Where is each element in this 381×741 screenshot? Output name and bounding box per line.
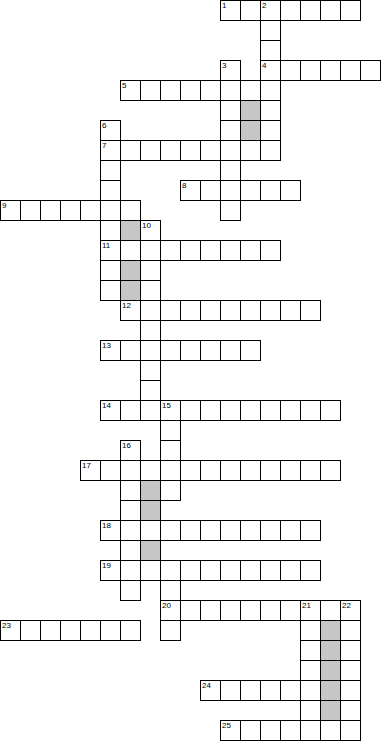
crossword-cell[interactable] — [60, 620, 81, 641]
crossword-cell[interactable] — [280, 600, 301, 621]
crossword-cell[interactable] — [360, 60, 381, 81]
crossword-cell[interactable] — [260, 300, 281, 321]
crossword-cell[interactable] — [160, 580, 181, 601]
crossword-cell[interactable] — [220, 460, 241, 481]
crossword-cell[interactable] — [80, 620, 101, 641]
crossword-cell[interactable] — [120, 620, 141, 641]
clue-number: 17 — [82, 461, 91, 470]
crossword-cell[interactable] — [320, 720, 341, 741]
crossword-cell[interactable] — [140, 140, 161, 161]
crossword-cell[interactable] — [140, 460, 161, 481]
crossword-cell[interactable] — [160, 460, 181, 481]
crossword-cell[interactable] — [240, 520, 261, 541]
crossword-cell[interactable] — [260, 560, 281, 581]
crossword-cell[interactable] — [240, 80, 261, 101]
crossword-cell[interactable] — [240, 140, 261, 161]
clue-number: 5 — [122, 81, 126, 90]
crossword-cell[interactable] — [220, 520, 241, 541]
crossword-cell[interactable]: 20 — [160, 600, 181, 621]
crossword-cell[interactable] — [120, 140, 141, 161]
crossword-cell[interactable] — [220, 600, 241, 621]
crossword-cell[interactable] — [260, 460, 281, 481]
crossword-cell[interactable] — [300, 300, 321, 321]
crossword-cell[interactable] — [220, 400, 241, 421]
crossword-cell[interactable]: 7 — [100, 140, 121, 161]
crossword-cell[interactable] — [300, 0, 321, 21]
crossword-cell[interactable]: 8 — [180, 180, 201, 201]
crossword-cell[interactable] — [280, 520, 301, 541]
crossword-cell[interactable] — [340, 660, 361, 681]
crossword-cell[interactable] — [160, 620, 181, 641]
crossword-cell[interactable]: 3 — [220, 60, 241, 81]
crossword-cell[interactable] — [200, 140, 221, 161]
crossword-cell[interactable] — [260, 720, 281, 741]
clue-number: 3 — [222, 61, 226, 70]
clue-number: 13 — [102, 341, 111, 350]
clue-number: 14 — [102, 401, 111, 410]
crossword-cell[interactable] — [200, 520, 221, 541]
clue-number: 18 — [102, 521, 111, 530]
crossword-cell[interactable] — [260, 80, 281, 101]
crossword-cell[interactable] — [240, 680, 261, 701]
crossword-cell[interactable] — [320, 400, 341, 421]
crossword-cell[interactable] — [240, 0, 261, 21]
crossword-cell[interactable]: 10 — [140, 220, 161, 241]
crossword-cell[interactable] — [260, 600, 281, 621]
crossword-cell[interactable] — [220, 80, 241, 101]
crossword-cell[interactable] — [100, 260, 121, 281]
crossword-cell[interactable] — [140, 240, 161, 261]
crossword-cell[interactable] — [140, 300, 161, 321]
crossword-cell[interactable] — [320, 60, 341, 81]
crossword-cell[interactable] — [160, 560, 181, 581]
crossword-cell[interactable] — [140, 340, 161, 361]
crossword-cell[interactable] — [220, 340, 241, 361]
crossword-cell[interactable] — [220, 100, 241, 121]
crossword-cell[interactable] — [340, 700, 361, 721]
crossword-cell[interactable] — [300, 520, 321, 541]
crossword-cell-shaded[interactable] — [240, 100, 261, 121]
crossword-cell[interactable] — [200, 600, 221, 621]
crossword-cell[interactable] — [120, 400, 141, 421]
crossword-cell[interactable] — [280, 0, 301, 21]
crossword-cell[interactable] — [280, 460, 301, 481]
crossword-cell-shaded[interactable] — [320, 700, 341, 721]
crossword-cell-shaded[interactable] — [120, 220, 141, 241]
crossword-cell[interactable] — [240, 180, 261, 201]
crossword-cell[interactable] — [260, 140, 281, 161]
crossword-cell[interactable] — [220, 200, 241, 221]
crossword-cell[interactable] — [240, 720, 261, 741]
crossword-board: 1234567891011121314151617181920212223242… — [0, 0, 381, 741]
crossword-cell[interactable] — [180, 560, 201, 581]
crossword-cell[interactable] — [200, 340, 221, 361]
crossword-cell[interactable]: 16 — [120, 440, 141, 461]
crossword-cell[interactable] — [300, 720, 321, 741]
crossword-cell-shaded[interactable] — [320, 620, 341, 641]
crossword-cell[interactable] — [260, 680, 281, 701]
crossword-cell[interactable] — [280, 560, 301, 581]
crossword-cell-shaded[interactable] — [320, 680, 341, 701]
crossword-cell[interactable] — [260, 120, 281, 141]
clue-number: 25 — [222, 721, 231, 730]
clue-number: 1 — [222, 1, 226, 10]
crossword-cell[interactable] — [200, 240, 221, 261]
crossword-cell[interactable] — [100, 280, 121, 301]
crossword-cell[interactable] — [140, 380, 161, 401]
crossword-cell[interactable]: 6 — [100, 120, 121, 141]
crossword-cell[interactable] — [280, 680, 301, 701]
crossword-cell[interactable] — [240, 300, 261, 321]
crossword-cell[interactable] — [180, 300, 201, 321]
crossword-cell[interactable] — [300, 700, 321, 721]
crossword-cell[interactable] — [200, 400, 221, 421]
crossword-cell[interactable] — [160, 300, 181, 321]
crossword-cell[interactable] — [200, 460, 221, 481]
crossword-cell[interactable] — [280, 720, 301, 741]
crossword-cell[interactable] — [100, 220, 121, 241]
crossword-cell-shaded[interactable] — [120, 260, 141, 281]
clue-number: 19 — [102, 561, 111, 570]
crossword-cell[interactable] — [120, 240, 141, 261]
crossword-cell[interactable] — [300, 660, 321, 681]
crossword-cell[interactable] — [160, 520, 181, 541]
crossword-cell[interactable]: 25 — [220, 720, 241, 741]
clue-number: 16 — [122, 441, 131, 450]
crossword-cell[interactable] — [280, 60, 301, 81]
crossword-cell[interactable] — [160, 80, 181, 101]
crossword-cell[interactable] — [40, 200, 61, 221]
crossword-cell[interactable] — [120, 520, 141, 541]
crossword-cell[interactable]: 22 — [340, 600, 361, 621]
crossword-cell[interactable] — [220, 160, 241, 181]
crossword-cell-shaded[interactable] — [140, 480, 161, 501]
clue-number: 15 — [162, 401, 171, 410]
crossword-cell[interactable]: 13 — [100, 340, 121, 361]
crossword-cell[interactable] — [300, 560, 321, 581]
crossword-cell[interactable] — [260, 520, 281, 541]
clue-number: 24 — [202, 681, 211, 690]
crossword-cell[interactable] — [180, 400, 201, 421]
crossword-cell[interactable] — [340, 0, 361, 21]
crossword-cell[interactable] — [200, 560, 221, 581]
crossword-cell[interactable] — [320, 600, 341, 621]
clue-number: 20 — [162, 601, 171, 610]
clue-number: 11 — [102, 241, 110, 250]
crossword-cell[interactable] — [240, 460, 261, 481]
crossword-cell[interactable] — [320, 460, 341, 481]
crossword-cell[interactable] — [280, 400, 301, 421]
crossword-cell[interactable] — [220, 140, 241, 161]
crossword-cell[interactable] — [160, 420, 181, 441]
crossword-cell[interactable] — [140, 400, 161, 421]
crossword-cell[interactable] — [260, 40, 281, 61]
crossword-cell[interactable] — [260, 400, 281, 421]
clue-number: 9 — [2, 201, 6, 210]
crossword-cell[interactable] — [260, 100, 281, 121]
crossword-cell-shaded[interactable] — [320, 640, 341, 661]
crossword-cell-shaded[interactable] — [140, 500, 161, 521]
crossword-cell[interactable]: 9 — [0, 200, 21, 221]
crossword-cell[interactable] — [300, 460, 321, 481]
crossword-cell[interactable] — [180, 340, 201, 361]
crossword-cell[interactable] — [100, 620, 121, 641]
crossword-cell[interactable] — [240, 560, 261, 581]
crossword-cell[interactable] — [240, 600, 261, 621]
clue-number: 12 — [122, 301, 131, 310]
crossword-cell[interactable] — [180, 460, 201, 481]
crossword-cell[interactable] — [140, 260, 161, 281]
crossword-cell[interactable] — [220, 240, 241, 261]
crossword-cell[interactable] — [180, 240, 201, 261]
clue-number: 21 — [302, 601, 311, 610]
crossword-cell[interactable] — [180, 80, 201, 101]
crossword-cell[interactable] — [120, 580, 141, 601]
crossword-cell[interactable] — [180, 520, 201, 541]
crossword-cell[interactable]: 12 — [120, 300, 141, 321]
crossword-cell[interactable]: 18 — [100, 520, 121, 541]
crossword-cell[interactable] — [140, 320, 161, 341]
crossword-cell[interactable] — [160, 340, 181, 361]
crossword-cell[interactable] — [300, 620, 321, 641]
crossword-cell[interactable] — [220, 300, 241, 321]
crossword-cell[interactable] — [260, 20, 281, 41]
crossword-cell[interactable] — [120, 200, 141, 221]
crossword-cell[interactable]: 21 — [300, 600, 321, 621]
crossword-cell[interactable] — [100, 180, 121, 201]
crossword-cell-shaded[interactable] — [140, 540, 161, 561]
crossword-cell[interactable] — [140, 560, 161, 581]
crossword-cell[interactable] — [260, 180, 281, 201]
clue-number: 4 — [262, 61, 266, 70]
clue-number: 23 — [2, 621, 11, 630]
crossword-cell-shaded[interactable] — [240, 120, 261, 141]
crossword-cell[interactable]: 17 — [80, 460, 101, 481]
crossword-cell[interactable] — [140, 520, 161, 541]
crossword-cell[interactable]: 14 — [100, 400, 121, 421]
crossword-cell[interactable] — [120, 460, 141, 481]
crossword-cell[interactable]: 5 — [120, 80, 141, 101]
crossword-cell[interactable] — [160, 440, 181, 461]
crossword-cell[interactable]: 1 — [220, 0, 241, 21]
clue-number: 8 — [182, 181, 186, 190]
crossword-cell[interactable] — [120, 340, 141, 361]
crossword-cell[interactable] — [200, 80, 221, 101]
crossword-cell[interactable] — [20, 200, 41, 221]
crossword-cell[interactable] — [120, 480, 141, 501]
crossword-cell[interactable]: 24 — [200, 680, 221, 701]
clue-number: 2 — [262, 1, 266, 10]
crossword-cell[interactable] — [40, 620, 61, 641]
crossword-cell[interactable] — [180, 140, 201, 161]
crossword-cell[interactable] — [220, 180, 241, 201]
clue-number: 10 — [142, 221, 151, 230]
crossword-cell[interactable] — [100, 160, 121, 181]
crossword-cell[interactable] — [280, 300, 301, 321]
crossword-cell[interactable] — [100, 460, 121, 481]
crossword-cell[interactable] — [340, 720, 361, 741]
crossword-cell[interactable]: 4 — [260, 60, 281, 81]
clue-number: 7 — [102, 141, 106, 150]
crossword-cell[interactable]: 2 — [260, 0, 281, 21]
crossword-cell[interactable] — [140, 80, 161, 101]
crossword-cell[interactable] — [240, 340, 261, 361]
crossword-cell[interactable]: 11 — [100, 240, 121, 261]
crossword-cell[interactable] — [300, 640, 321, 661]
crossword-cell[interactable] — [80, 200, 101, 221]
crossword-cell-shaded[interactable] — [120, 280, 141, 301]
crossword-cell[interactable] — [120, 560, 141, 581]
clue-number: 22 — [342, 601, 351, 610]
crossword-cell[interactable] — [100, 200, 121, 221]
crossword-cell[interactable] — [240, 400, 261, 421]
crossword-cell[interactable] — [280, 180, 301, 201]
crossword-cell[interactable] — [160, 240, 181, 261]
crossword-cell[interactable] — [300, 400, 321, 421]
crossword-cell[interactable] — [200, 180, 221, 201]
crossword-cell[interactable] — [340, 680, 361, 701]
crossword-cell[interactable] — [340, 60, 361, 81]
crossword-cell[interactable] — [340, 640, 361, 661]
crossword-cell[interactable] — [260, 240, 281, 261]
crossword-cell[interactable] — [160, 140, 181, 161]
crossword-cell[interactable] — [120, 540, 141, 561]
crossword-cell[interactable] — [200, 300, 221, 321]
crossword-cell[interactable] — [320, 0, 341, 21]
crossword-cell[interactable] — [140, 360, 161, 381]
crossword-cell[interactable] — [220, 120, 241, 141]
crossword-cell-shaded[interactable] — [320, 660, 341, 681]
crossword-cell[interactable] — [220, 680, 241, 701]
crossword-cell[interactable] — [120, 500, 141, 521]
crossword-cell[interactable] — [20, 620, 41, 641]
crossword-cell[interactable] — [300, 680, 321, 701]
clue-number: 6 — [102, 121, 106, 130]
crossword-cell[interactable] — [340, 620, 361, 641]
crossword-cell[interactable] — [180, 600, 201, 621]
crossword-cell[interactable] — [300, 60, 321, 81]
crossword-cell[interactable] — [240, 240, 261, 261]
crossword-cell[interactable] — [160, 480, 181, 501]
crossword-cell[interactable] — [140, 280, 161, 301]
crossword-cell[interactable] — [220, 560, 241, 581]
crossword-cell[interactable]: 19 — [100, 560, 121, 581]
crossword-cell[interactable]: 15 — [160, 400, 181, 421]
crossword-cell[interactable] — [60, 200, 81, 221]
crossword-cell[interactable]: 23 — [0, 620, 21, 641]
